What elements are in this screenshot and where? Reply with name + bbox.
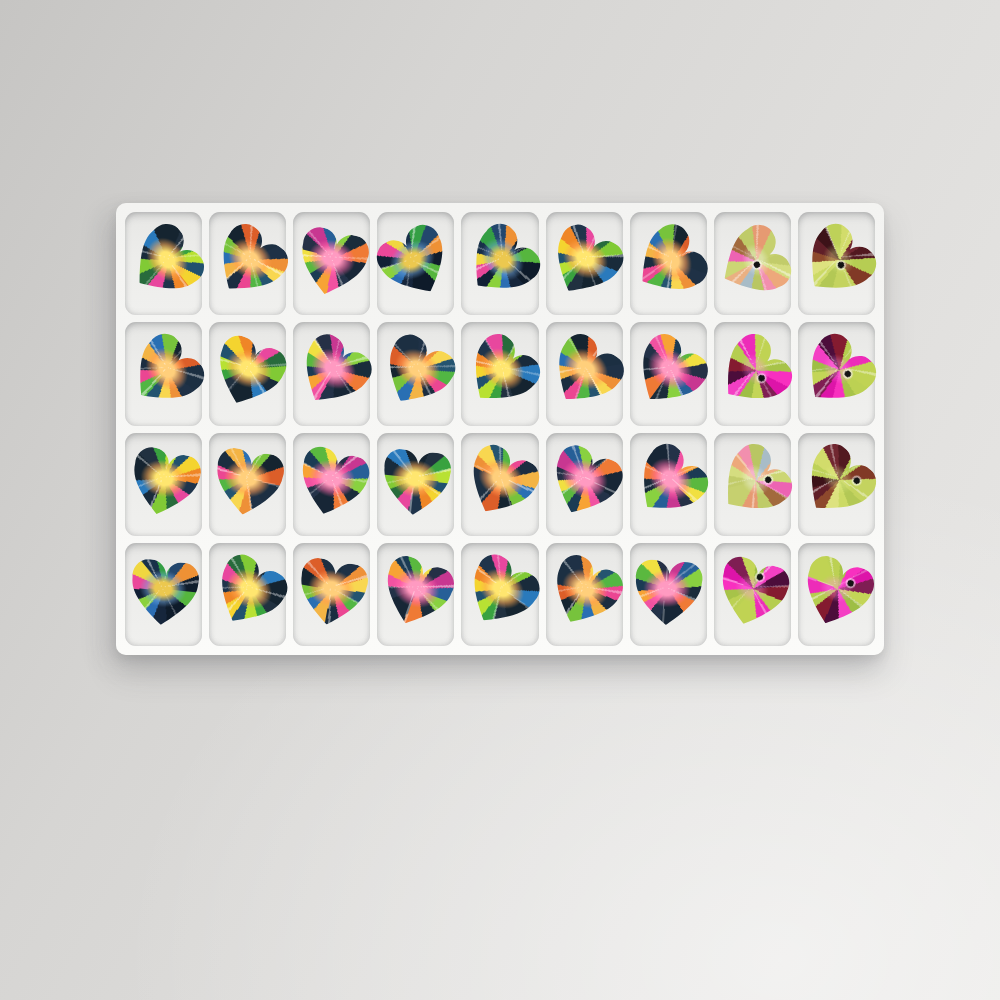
tray-cell-r3c8 bbox=[714, 433, 791, 536]
tray-cell-r1c7 bbox=[630, 212, 707, 315]
tray-cell-r3c3 bbox=[293, 433, 370, 536]
crystal-heart-front-r3c3 bbox=[288, 442, 375, 525]
tray-cell-r2c4 bbox=[377, 322, 454, 425]
tray-cell-r2c2 bbox=[209, 322, 286, 425]
crystal-heart-front-r1c4 bbox=[369, 218, 464, 310]
crystal-heart-front-r1c1 bbox=[115, 215, 211, 312]
photo-scene bbox=[0, 0, 1000, 1000]
tray-cell-r1c1 bbox=[125, 212, 202, 315]
tray-cell-r1c9 bbox=[798, 212, 875, 315]
crystal-heart-back-r1c9 bbox=[788, 215, 886, 312]
crystal-heart-front-r4c4 bbox=[371, 551, 461, 638]
tray-cell-r1c5 bbox=[461, 212, 538, 315]
tray-cell-r2c5 bbox=[461, 322, 538, 425]
crystal-heart-back-r4c9 bbox=[791, 551, 881, 638]
tray-cell-r2c7 bbox=[630, 322, 707, 425]
crystal-heart-back-r3c8 bbox=[704, 435, 801, 533]
tray-cell-r1c4 bbox=[377, 212, 454, 315]
crystal-heart-back-r2c9 bbox=[788, 325, 886, 422]
crystal-heart-front-r4c2 bbox=[200, 548, 295, 641]
tray-cell-r3c9 bbox=[798, 433, 875, 536]
crystal-heart-front-r1c5 bbox=[451, 215, 548, 313]
tray-cell-r1c2 bbox=[209, 212, 286, 315]
tray-cell-r3c5 bbox=[461, 433, 538, 536]
tray-cell-r2c3 bbox=[293, 322, 370, 425]
tray-cell-r4c1 bbox=[125, 543, 202, 646]
crystal-heart-front-r4c3 bbox=[291, 556, 373, 634]
tray-cell-r2c8 bbox=[714, 322, 791, 425]
crystal-heart-front-r3c5 bbox=[453, 438, 548, 530]
crystal-heart-front-r3c7 bbox=[619, 436, 717, 533]
crystal-heart-front-r1c7 bbox=[621, 215, 716, 312]
tray-cell-r3c4 bbox=[377, 433, 454, 536]
tray-cell-r1c3 bbox=[293, 212, 370, 315]
crystal-heart-front-r3c2 bbox=[206, 445, 288, 523]
tray-cell-r3c6 bbox=[546, 433, 623, 536]
crystal-heart-front-r1c3 bbox=[289, 223, 375, 304]
crystal-heart-front-r4c1 bbox=[124, 558, 203, 631]
crystal-heart-front-r2c6 bbox=[536, 326, 633, 422]
tray-cell-r2c1 bbox=[125, 322, 202, 425]
crystal-heart-back-r3c9 bbox=[788, 436, 886, 533]
crystal-heart-front-r2c1 bbox=[115, 325, 212, 423]
tray-cell-r4c2 bbox=[209, 543, 286, 646]
tray-cell-r4c8 bbox=[714, 543, 791, 646]
tray-cell-r4c5 bbox=[461, 543, 538, 646]
tray-cell-r4c7 bbox=[630, 543, 707, 646]
crystal-heart-front-r3c6 bbox=[538, 439, 631, 529]
tray-cell-r4c9 bbox=[798, 543, 875, 646]
crystal-heart-front-r3c4 bbox=[377, 448, 456, 521]
crystal-heart-front-r2c5 bbox=[451, 325, 549, 422]
crystal-heart-front-r2c3 bbox=[284, 327, 380, 422]
tray-cell-r4c4 bbox=[377, 543, 454, 646]
crystal-heart-front-r4c7 bbox=[630, 559, 706, 630]
crystal-heart-front-r2c4 bbox=[368, 327, 463, 420]
tray-cell-r4c3 bbox=[293, 543, 370, 646]
tray-cell-r1c8 bbox=[714, 212, 791, 315]
crystal-heart-front-r1c2 bbox=[199, 215, 296, 311]
tray-cell-r3c7 bbox=[630, 433, 707, 536]
crystal-heart-back-r2c8 bbox=[704, 325, 801, 423]
tray-cell-r3c1 bbox=[125, 433, 202, 536]
bead-tray bbox=[116, 203, 884, 655]
crystal-heart-front-r2c2 bbox=[202, 330, 293, 418]
tray-cell-r2c6 bbox=[546, 322, 623, 425]
crystal-heart-back-r4c8 bbox=[709, 553, 796, 636]
tray-cell-r3c2 bbox=[209, 433, 286, 536]
crystal-heart-front-r4c5 bbox=[452, 547, 548, 641]
tray-cell-r4c6 bbox=[546, 543, 623, 646]
crystal-heart-front-r1c6 bbox=[536, 217, 631, 310]
tray-cell-r1c6 bbox=[546, 212, 623, 315]
tray-cell-r2c9 bbox=[798, 322, 875, 425]
crystal-heart-front-r3c1 bbox=[121, 443, 207, 524]
crystal-heart-back-r1c8 bbox=[706, 216, 798, 311]
crystal-heart-front-r2c7 bbox=[620, 326, 717, 422]
crystal-heart-front-r4c6 bbox=[537, 549, 631, 640]
